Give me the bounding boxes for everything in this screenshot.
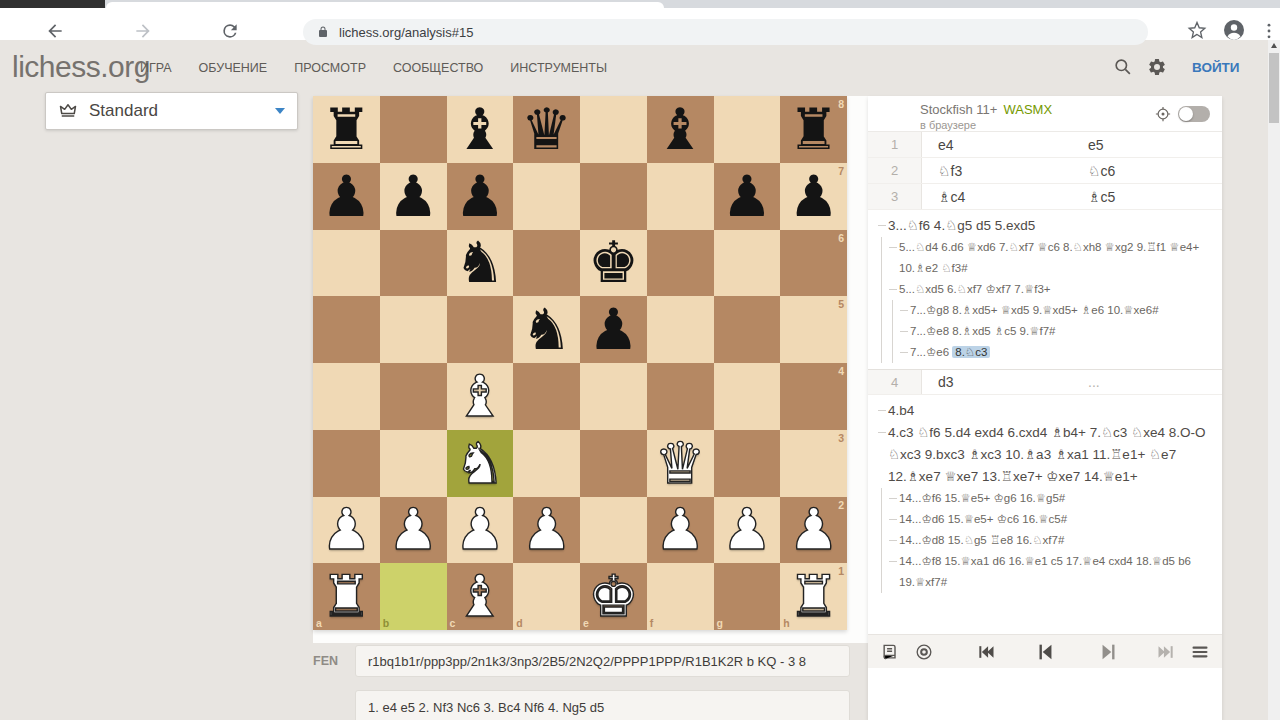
- square-g2[interactable]: ♟: [714, 497, 781, 564]
- square-g1[interactable]: g: [714, 563, 781, 630]
- threat-icon[interactable]: [1154, 105, 1172, 123]
- white-bishop[interactable]: ♝: [454, 368, 505, 425]
- square-g8[interactable]: [714, 96, 781, 163]
- black-bishop[interactable]: ♝: [454, 101, 505, 158]
- file-label-f: f: [650, 617, 654, 629]
- analysis-panel: Stockfish 11+WASMX в браузере 1 e4 e5 2 …: [868, 96, 1222, 720]
- square-d7[interactable]: [513, 163, 580, 230]
- variation-line[interactable]: 7...♔e6 8.♘c3: [900, 342, 1214, 363]
- square-b4[interactable]: [380, 363, 447, 430]
- square-c6[interactable]: ♞: [447, 230, 514, 297]
- move-number: 1: [868, 132, 922, 157]
- square-b3[interactable]: [380, 430, 447, 497]
- white-pawn[interactable]: ♟: [788, 501, 839, 558]
- rank-label-8: 8: [838, 98, 844, 110]
- gear-icon[interactable]: [1147, 57, 1167, 77]
- square-c3[interactable]: ♞: [447, 430, 514, 497]
- square-e1[interactable]: ♚e: [580, 563, 647, 630]
- search-icon[interactable]: [1113, 57, 1133, 77]
- square-h6[interactable]: 6: [780, 230, 847, 297]
- white-knight[interactable]: ♞: [454, 435, 505, 492]
- nav-learn[interactable]: ОБУЧЕНИЕ: [199, 61, 268, 75]
- square-h4[interactable]: 4: [780, 363, 847, 430]
- black-pawn[interactable]: ♟: [588, 301, 639, 358]
- bookmark-star-icon[interactable]: [1187, 20, 1207, 40]
- rank-label-1: 1: [838, 565, 844, 577]
- square-e5[interactable]: ♟: [580, 296, 647, 363]
- rank-label-4: 4: [838, 365, 844, 377]
- rank-label-2: 2: [838, 499, 844, 511]
- move-number: 2: [868, 158, 922, 183]
- variation-line[interactable]: 4.b4: [878, 400, 1214, 422]
- file-label-a: a: [316, 617, 322, 629]
- square-d4[interactable]: [513, 363, 580, 430]
- square-a8[interactable]: ♜: [313, 96, 380, 163]
- black-pawn[interactable]: ♟: [454, 168, 505, 225]
- nav-play[interactable]: ИГРА: [140, 61, 172, 75]
- variation-line[interactable]: 7...♔g8 8.♗xd5+ ♕xd5 9.♕xd5+ ♗e6 10.♕xe6…: [900, 300, 1214, 321]
- black-king[interactable]: ♚: [588, 234, 639, 291]
- square-a2[interactable]: ♟: [313, 497, 380, 564]
- white-pawn[interactable]: ♟: [521, 501, 572, 558]
- white-pawn[interactable]: ♟: [454, 501, 505, 558]
- back-icon[interactable]: [45, 21, 65, 41]
- move-number: 3: [868, 184, 922, 209]
- square-f6[interactable]: [647, 230, 714, 297]
- browser-tabstrip: [0, 0, 1280, 8]
- move-row: 4 d3 ...: [868, 369, 1222, 395]
- black-queen[interactable]: ♛: [521, 101, 572, 158]
- menu-icon[interactable]: [1190, 642, 1210, 662]
- engine-badge: WASMX: [1003, 102, 1052, 117]
- square-f4[interactable]: [647, 363, 714, 430]
- square-e6[interactable]: ♚: [580, 230, 647, 297]
- reload-icon[interactable]: [220, 21, 240, 41]
- file-label-h: h: [783, 617, 789, 629]
- variation-line[interactable]: 14...♔f6 15.♕e5+ ♔g6 16.♕g5#: [889, 488, 1214, 509]
- last-move-icon[interactable]: [1156, 642, 1176, 662]
- square-f2[interactable]: ♟: [647, 497, 714, 564]
- square-a5[interactable]: [313, 296, 380, 363]
- file-label-b: b: [383, 617, 389, 629]
- next-move-icon[interactable]: [1098, 641, 1120, 663]
- practice-target-icon[interactable]: [914, 642, 934, 662]
- engine-name: Stockfish 11+: [920, 102, 997, 117]
- page-scrollbar[interactable]: [1268, 40, 1280, 720]
- square-h7[interactable]: ♟7: [780, 163, 847, 230]
- square-c4[interactable]: ♝: [447, 363, 514, 430]
- move-number: 4: [868, 370, 922, 394]
- pgn-input[interactable]: 1. e4 e5 2. Nf3 Nc6 3. Bc4 Nf6 4. Ng5 d5: [355, 690, 850, 720]
- square-e8[interactable]: [580, 96, 647, 163]
- black-pawn[interactable]: ♟: [788, 168, 839, 225]
- white-pawn[interactable]: ♟: [655, 501, 706, 558]
- square-f1[interactable]: f: [647, 563, 714, 630]
- signin-button[interactable]: ВОЙТИ: [1192, 60, 1240, 75]
- nav-tools[interactable]: ИНСТРУМЕНТЫ: [510, 61, 607, 75]
- rank-label-6: 6: [838, 232, 844, 244]
- nav-watch[interactable]: ПРОСМОТР: [294, 61, 366, 75]
- file-label-d: d: [516, 617, 522, 629]
- square-d8[interactable]: ♛: [513, 96, 580, 163]
- variation-line[interactable]: 14...♔d8 15.♘g5 ♖e8 16.♘xf7#: [889, 530, 1214, 551]
- square-g7[interactable]: ♟: [714, 163, 781, 230]
- previous-move-icon[interactable]: [1034, 641, 1056, 663]
- content-gap: [313, 630, 868, 643]
- white-rook[interactable]: ♜: [788, 568, 839, 625]
- rank-label-7: 7: [838, 165, 844, 177]
- square-b6[interactable]: [380, 230, 447, 297]
- square-d2[interactable]: ♟: [513, 497, 580, 564]
- square-b5[interactable]: [380, 296, 447, 363]
- engine-toggle[interactable]: [1178, 106, 1210, 122]
- variation-line[interactable]: 5...♘d4 6.d6 ♕xd6 7.♘xf7 ♕c6 8.♘xh8 ♕xg2…: [889, 237, 1214, 279]
- variant-select[interactable]: Standard: [45, 92, 298, 130]
- square-h1[interactable]: ♜1h: [780, 563, 847, 630]
- square-b7[interactable]: ♟: [380, 163, 447, 230]
- black-knight[interactable]: ♞: [521, 301, 572, 358]
- toggle-knob: [1179, 107, 1193, 121]
- square-a7[interactable]: ♟: [313, 163, 380, 230]
- move-black[interactable]: ♘c6: [1072, 158, 1222, 183]
- white-pawn[interactable]: ♟: [388, 501, 439, 558]
- square-d1[interactable]: d: [513, 563, 580, 630]
- crown-icon: [58, 101, 78, 121]
- move-white[interactable]: ♗c4: [922, 184, 1072, 209]
- lichess-logo[interactable]: lichess.org: [12, 50, 150, 84]
- url-text: lichess.org/analysis#15: [339, 25, 473, 40]
- square-h2[interactable]: ♟2: [780, 497, 847, 564]
- move-row: 2 ♘f3 ♘c6: [868, 158, 1222, 184]
- browser-menu-icon[interactable]: [1259, 21, 1279, 41]
- analysis-controls: [868, 634, 1222, 668]
- black-knight[interactable]: ♞: [454, 234, 505, 291]
- square-c1[interactable]: ♝c: [447, 563, 514, 630]
- move-black[interactable]: ♗c5: [1072, 184, 1222, 209]
- variation-tree: 4.b4 4.c3 ♘f6 5.d4 exd4 6.cxd4 ♗b4+ 7.♘c…: [868, 395, 1222, 599]
- square-d5[interactable]: ♞: [513, 296, 580, 363]
- chevron-down-icon: [275, 108, 285, 114]
- content-gap: [847, 96, 868, 632]
- square-c2[interactable]: ♟: [447, 497, 514, 564]
- black-pawn[interactable]: ♟: [388, 168, 439, 225]
- square-g4[interactable]: [714, 363, 781, 430]
- square-a6[interactable]: [313, 230, 380, 297]
- square-f7[interactable]: [647, 163, 714, 230]
- square-b1[interactable]: b: [380, 563, 447, 630]
- file-label-e: e: [583, 617, 589, 629]
- variation-line[interactable]: 5...♘xd5 6.♘xf7 ♔xf7 7.♕f3+: [889, 279, 1214, 300]
- move-black[interactable]: e5: [1072, 132, 1222, 157]
- white-pawn[interactable]: ♟: [721, 501, 772, 558]
- opening-book-icon[interactable]: [880, 642, 900, 662]
- move-white[interactable]: ♘f3: [922, 158, 1072, 183]
- move-row: 3 ♗c4 ♗c5: [868, 184, 1222, 210]
- forward-icon[interactable]: [133, 21, 153, 41]
- square-a4[interactable]: [313, 363, 380, 430]
- black-bishop[interactable]: ♝: [655, 101, 706, 158]
- square-g3[interactable]: [714, 430, 781, 497]
- square-g5[interactable]: [714, 296, 781, 363]
- square-b8[interactable]: [380, 96, 447, 163]
- main-nav: ИГРА ОБУЧЕНИЕ ПРОСМОТР СООБЩЕСТВО ИНСТРУ…: [140, 40, 607, 95]
- square-a1[interactable]: ♜a: [313, 563, 380, 630]
- file-label-g: g: [717, 617, 723, 629]
- profile-avatar-icon[interactable]: [1222, 18, 1246, 42]
- white-queen[interactable]: ♛: [655, 435, 706, 492]
- scrollbar-up-arrow[interactable]: [1271, 43, 1277, 48]
- current-move[interactable]: 8.♘c3: [952, 346, 990, 358]
- white-bishop[interactable]: ♝: [454, 568, 505, 625]
- move-black-placeholder: ...: [1072, 370, 1222, 394]
- variation-line[interactable]: 14...♔d6 15.♕e5+ ♔c6 16.♕c5#: [889, 509, 1214, 530]
- square-g6[interactable]: [714, 230, 781, 297]
- variation-line[interactable]: 7...♔e8 8.♗xd5 ♗c5 9.♕f7#: [900, 321, 1214, 342]
- lichess-analysis-screen: lichess.org/analysis#15 lichess.org ИГРА…: [0, 0, 1280, 720]
- square-f3[interactable]: ♛: [647, 430, 714, 497]
- chess-board[interactable]: ♜♝♛♝♜8♟♟♟♟♟7♞♚6♞♟5♝4♞♛3♟♟♟♟♟♟♟2♜ab♝cd♚ef…: [313, 96, 847, 630]
- black-rook[interactable]: ♜: [788, 101, 839, 158]
- square-h3[interactable]: 3: [780, 430, 847, 497]
- lock-icon: [317, 26, 329, 38]
- move-white[interactable]: e4: [922, 132, 1072, 157]
- rank-label-3: 3: [838, 432, 844, 444]
- first-move-icon[interactable]: [976, 642, 996, 662]
- variation-line[interactable]: 14...♔f8 15.♕xa1 d6 16.♕e1 c5 17.♕e4 cxd…: [889, 551, 1214, 593]
- engine-bar: Stockfish 11+WASMX в браузере: [868, 96, 1222, 132]
- white-pawn[interactable]: ♟: [321, 501, 372, 558]
- square-e3[interactable]: [580, 430, 647, 497]
- nav-community[interactable]: СООБЩЕСТВО: [393, 61, 483, 75]
- scrollbar-thumb[interactable]: [1269, 53, 1279, 123]
- move-white[interactable]: d3: [922, 370, 1072, 394]
- black-pawn[interactable]: ♟: [321, 168, 372, 225]
- white-rook[interactable]: ♜: [321, 568, 372, 625]
- square-c8[interactable]: ♝: [447, 96, 514, 163]
- variation-line[interactable]: 4.c3 ♘f6 5.d4 exd4 6.cxd4 ♗b4+ 7.♘c3 ♘xe…: [878, 422, 1214, 488]
- browser-toolbar: lichess.org/analysis#15: [0, 8, 1280, 40]
- square-f8[interactable]: ♝: [647, 96, 714, 163]
- square-h5[interactable]: 5: [780, 296, 847, 363]
- square-e2[interactable]: [580, 497, 647, 564]
- fen-input[interactable]: [355, 645, 850, 677]
- square-e7[interactable]: [580, 163, 647, 230]
- variation-line[interactable]: 3...♘f6 4.♘g5 d5 5.exd5: [878, 215, 1214, 237]
- fen-label: FEN: [313, 654, 355, 668]
- file-label-c: c: [450, 617, 456, 629]
- square-d6[interactable]: [513, 230, 580, 297]
- window-corner: [0, 0, 105, 8]
- square-c7[interactable]: ♟: [447, 163, 514, 230]
- black-rook[interactable]: ♜: [321, 101, 372, 158]
- variation-moves[interactable]: 7...♔e6: [910, 346, 952, 358]
- square-f5[interactable]: [647, 296, 714, 363]
- rank-label-5: 5: [838, 298, 844, 310]
- fen-row: FEN: [313, 644, 850, 678]
- square-e4[interactable]: [580, 363, 647, 430]
- variant-label: Standard: [89, 101, 158, 121]
- square-d3[interactable]: [513, 430, 580, 497]
- square-h8[interactable]: ♜8: [780, 96, 847, 163]
- move-row: 1 e4 e5: [868, 132, 1222, 158]
- square-c5[interactable]: [447, 296, 514, 363]
- square-b2[interactable]: ♟: [380, 497, 447, 564]
- variation-tree: 3...♘f6 4.♘g5 d5 5.exd5 5...♘d4 6.d6 ♕xd…: [868, 210, 1222, 369]
- white-king[interactable]: ♚: [588, 568, 639, 625]
- square-a3[interactable]: [313, 430, 380, 497]
- black-pawn[interactable]: ♟: [721, 168, 772, 225]
